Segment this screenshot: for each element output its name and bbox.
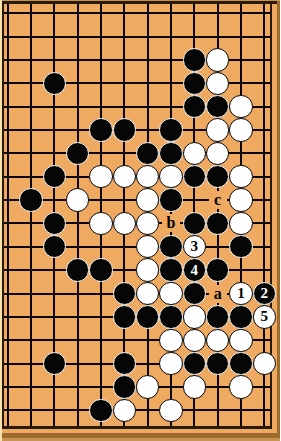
point-label-b: b (162, 214, 180, 232)
black-stone-e18 (89, 399, 112, 422)
white-stone-f18 (113, 399, 136, 422)
black-stone-g14 (136, 305, 159, 328)
black-stone-h11 (159, 235, 182, 258)
black-stone-g7 (136, 142, 159, 165)
black-stone-i10 (183, 212, 206, 235)
white-stone-k15 (229, 329, 252, 352)
black-stone-b9 (19, 188, 42, 211)
white-stone-k10 (229, 212, 252, 235)
go-board: 12345abc (0, 0, 280, 441)
white-stone-h16 (159, 352, 182, 375)
black-stone-j14 (206, 305, 229, 328)
white-stone-f10 (113, 212, 136, 235)
move-number-2: 2 (253, 282, 276, 305)
board-frame-left (2, 1, 4, 428)
white-stone-j3 (206, 48, 229, 71)
black-stone-e6 (89, 118, 112, 141)
grid-hline-18 (3, 409, 271, 411)
white-stone-k5 (229, 95, 252, 118)
black-stone-i4 (183, 72, 206, 95)
white-stone-k6 (229, 118, 252, 141)
white-stone-g17 (136, 375, 159, 398)
black-stone-f14 (113, 305, 136, 328)
grid-hline-1 (3, 12, 271, 14)
black-stone-k14 (229, 305, 252, 328)
white-stone-h13 (159, 282, 182, 305)
white-stone-d9 (66, 188, 89, 211)
white-stone-h18 (159, 399, 182, 422)
black-stone-e12 (89, 258, 112, 281)
black-stone-f13 (113, 282, 136, 305)
white-stone-h8 (159, 165, 182, 188)
white-stone-i7 (183, 142, 206, 165)
move-number-5: 5 (253, 305, 276, 328)
white-stone-i15 (183, 329, 206, 352)
black-stone-h14 (159, 305, 182, 328)
grid-hline-3 (3, 59, 271, 61)
black-stone-i16 (183, 352, 206, 375)
board-frame-bottom (2, 426, 272, 429)
grid-vline-1 (7, 3, 9, 428)
point-label-c: c (209, 191, 227, 209)
black-stone-i13 (183, 282, 206, 305)
white-stone-g12 (136, 258, 159, 281)
black-stone-k16 (229, 352, 252, 375)
white-stone-j4 (206, 72, 229, 95)
black-stone-i8 (183, 165, 206, 188)
white-stone-j7 (206, 142, 229, 165)
grid-vline-2 (30, 3, 32, 428)
black-stone-d7 (66, 142, 89, 165)
black-stone-h6 (159, 118, 182, 141)
white-stone-g9 (136, 188, 159, 211)
black-stone-f17 (113, 375, 136, 398)
white-stone-f8 (113, 165, 136, 188)
white-stone-i14 (183, 305, 206, 328)
black-stone-c16 (43, 352, 66, 375)
black-stone-j10 (206, 212, 229, 235)
black-stone-f16 (113, 352, 136, 375)
black-stone-i3 (183, 48, 206, 71)
white-stone-i17 (183, 375, 206, 398)
move-number-4: 4 (183, 258, 206, 281)
white-stone-g13 (136, 282, 159, 305)
white-stone-e8 (89, 165, 112, 188)
black-stone-i5 (183, 95, 206, 118)
black-stone-j16 (206, 352, 229, 375)
white-stone-h15 (159, 329, 182, 352)
white-stone-l16 (253, 352, 276, 375)
white-stone-g10 (136, 212, 159, 235)
white-stone-j6 (206, 118, 229, 141)
black-stone-h7 (159, 142, 182, 165)
point-label-a: a (209, 285, 227, 303)
board-frame-top (0, 1, 277, 4)
black-stone-j8 (206, 165, 229, 188)
black-stone-f6 (113, 118, 136, 141)
black-stone-c8 (43, 165, 66, 188)
black-stone-j5 (206, 95, 229, 118)
move-number-1: 1 (229, 282, 252, 305)
board-bevel-left-light (0, 0, 2, 441)
black-stone-c11 (43, 235, 66, 258)
grid-hline-2 (3, 36, 271, 38)
white-stone-k8 (229, 165, 252, 188)
white-stone-j15 (206, 329, 229, 352)
black-stone-c10 (43, 212, 66, 235)
grid-vline-4 (77, 3, 79, 428)
board-bevel-right-shadow (277, 1, 281, 441)
black-stone-h9 (159, 188, 182, 211)
black-stone-k11 (229, 235, 252, 258)
black-stone-c4 (43, 72, 66, 95)
white-stone-k9 (229, 188, 252, 211)
white-stone-g8 (136, 165, 159, 188)
move-number-3: 3 (183, 235, 206, 258)
white-stone-g11 (136, 235, 159, 258)
white-stone-e10 (89, 212, 112, 235)
black-stone-h12 (159, 258, 182, 281)
black-stone-d12 (66, 258, 89, 281)
white-stone-k17 (229, 375, 252, 398)
black-stone-j12 (206, 258, 229, 281)
